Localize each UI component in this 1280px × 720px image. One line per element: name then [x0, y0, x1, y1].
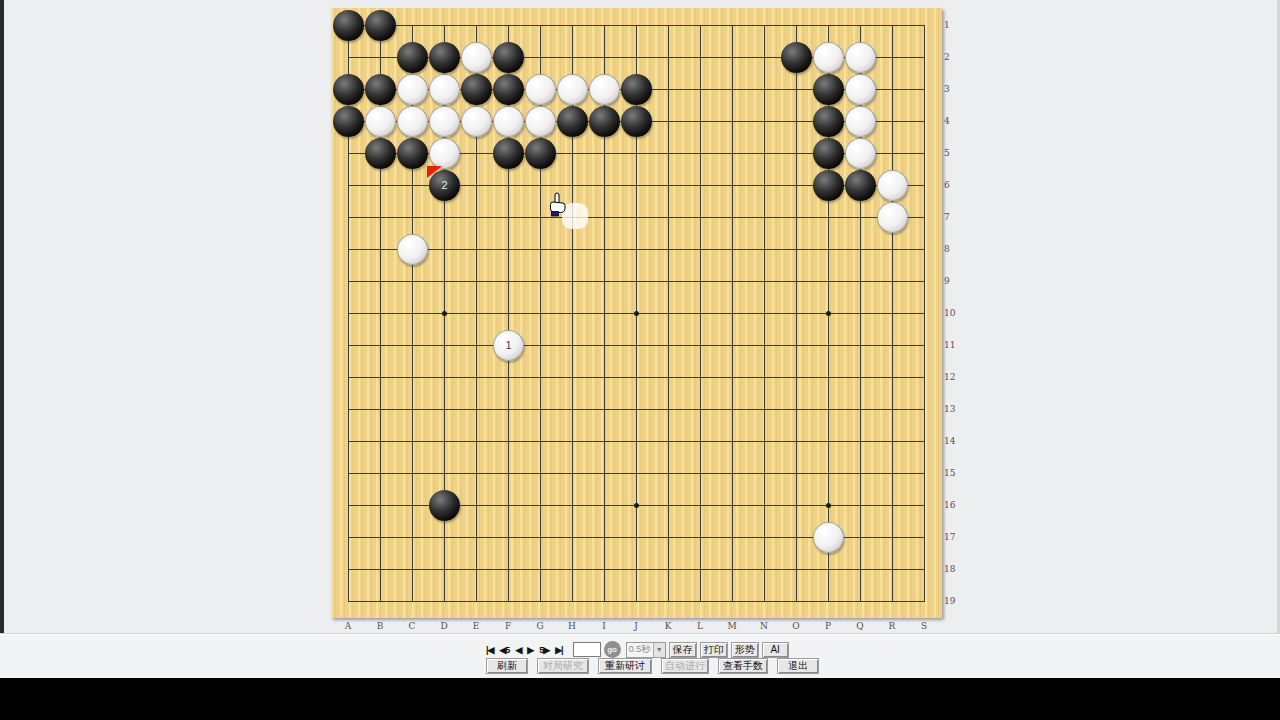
white-stone: [845, 106, 876, 137]
white-stone: [813, 42, 844, 73]
white-stone: [397, 234, 428, 265]
row-label: 14: [944, 436, 960, 446]
black-stone: [621, 106, 652, 137]
row-label: 17: [944, 532, 960, 542]
white-stone: [397, 106, 428, 137]
star-point: [442, 311, 447, 316]
row-label: 8: [944, 244, 960, 254]
black-stone: [333, 106, 364, 137]
black-stone: [493, 138, 524, 169]
auto-play-button[interactable]: 自动进行: [661, 658, 709, 674]
column-label: B: [370, 621, 390, 631]
black-stone: [781, 42, 812, 73]
black-stone: [429, 42, 460, 73]
black-stone: [525, 138, 556, 169]
go-to-end-button[interactable]: ▶|: [555, 645, 562, 655]
white-stone: [845, 138, 876, 169]
column-label: S: [914, 621, 934, 631]
black-stone: [493, 42, 524, 73]
column-label: I: [594, 621, 614, 631]
row-label: 4: [944, 116, 960, 126]
white-stone: [525, 106, 556, 137]
white-stone: [493, 106, 524, 137]
white-stone: [429, 106, 460, 137]
refresh-button[interactable]: 刷新: [486, 658, 528, 674]
column-label: D: [434, 621, 454, 631]
chevron-down-icon[interactable]: ▼: [653, 643, 665, 657]
black-stone: [397, 42, 428, 73]
row-label: 10: [944, 308, 960, 318]
game-research-button[interactable]: 对局研究: [537, 658, 589, 674]
star-point: [634, 503, 639, 508]
white-stone: [877, 170, 908, 201]
black-stone: [557, 106, 588, 137]
black-stone: [813, 138, 844, 169]
row-label: 12: [944, 372, 960, 382]
row-label: 9: [944, 276, 960, 286]
restudy-button[interactable]: 重新研讨: [598, 658, 652, 674]
white-stone: [813, 522, 844, 553]
position-judge-button[interactable]: 形势: [731, 642, 759, 658]
column-label: M: [722, 621, 742, 631]
print-button[interactable]: 打印: [700, 642, 728, 658]
black-stone: [365, 10, 396, 41]
white-stone: [589, 74, 620, 105]
toolbar-row-playback: |◀ ◀5 ◀ ▶ 5▶ ▶| go 0.5秒 ▼ 保存 打印 形势 AI: [486, 641, 789, 658]
black-stone: [333, 74, 364, 105]
column-label: F: [498, 621, 518, 631]
move-number-input[interactable]: [573, 642, 601, 657]
row-label: 6: [944, 180, 960, 190]
row-label: 5: [944, 148, 960, 158]
hand-cursor-icon: [548, 192, 571, 217]
star-point: [826, 311, 831, 316]
white-stone: [845, 42, 876, 73]
white-stone: [461, 42, 492, 73]
row-label: 13: [944, 404, 960, 414]
star-point: [826, 503, 831, 508]
black-stone: [493, 74, 524, 105]
white-stone: [461, 106, 492, 137]
white-stone: [365, 106, 396, 137]
toolbar: |◀ ◀5 ◀ ▶ 5▶ ▶| go 0.5秒 ▼ 保存 打印 形势 AI 刷新…: [0, 633, 1280, 678]
column-label: K: [658, 621, 678, 631]
white-stone: [429, 138, 460, 169]
black-stone: [461, 74, 492, 105]
white-stone: [429, 74, 460, 105]
star-point: [634, 311, 639, 316]
row-label: 7: [944, 212, 960, 222]
forward-5-button[interactable]: 5▶: [539, 645, 549, 655]
row-label: 15: [944, 468, 960, 478]
ai-button[interactable]: AI: [762, 642, 789, 658]
go-button[interactable]: go: [604, 641, 621, 658]
back-5-button[interactable]: ◀5: [499, 645, 509, 655]
column-label: E: [466, 621, 486, 631]
toolbar-row-actions: 刷新 对局研究 重新研讨 自动进行 查看手数 退出: [486, 658, 819, 674]
black-stone: [813, 170, 844, 201]
go-to-start-button[interactable]: |◀: [486, 645, 493, 655]
white-stone: [397, 74, 428, 105]
column-label: A: [338, 621, 358, 631]
black-stone: [813, 106, 844, 137]
speed-dropdown[interactable]: 0.5秒 ▼: [626, 642, 666, 658]
app-window: 12 ABCDEFGHIJKLMNOPQRS123456789101112131…: [0, 0, 1280, 720]
column-label: O: [786, 621, 806, 631]
bottom-black-bar: [0, 678, 1280, 720]
black-stone: [333, 10, 364, 41]
column-label: H: [562, 621, 582, 631]
window-left-edge: [0, 0, 4, 678]
white-stone: [525, 74, 556, 105]
back-1-button[interactable]: ◀: [515, 645, 521, 655]
speed-value: 0.5秒: [627, 643, 653, 656]
row-label: 19: [944, 596, 960, 606]
save-button[interactable]: 保存: [669, 642, 697, 658]
view-move-numbers-button[interactable]: 查看手数: [718, 658, 768, 674]
black-stone: [845, 170, 876, 201]
row-label: 1: [944, 20, 960, 30]
column-label: L: [690, 621, 710, 631]
forward-1-button[interactable]: ▶: [527, 645, 533, 655]
black-stone: [813, 74, 844, 105]
row-label: 3: [944, 84, 960, 94]
black-stone: [621, 74, 652, 105]
row-label: 18: [944, 564, 960, 574]
column-label: G: [530, 621, 550, 631]
black-stone: [589, 106, 620, 137]
black-stone: [429, 490, 460, 521]
exit-button[interactable]: 退出: [777, 658, 819, 674]
move-number-label: 1: [493, 330, 524, 361]
black-stone: [397, 138, 428, 169]
white-stone: [877, 202, 908, 233]
column-label: P: [818, 621, 838, 631]
black-stone: [365, 138, 396, 169]
row-label: 2: [944, 52, 960, 62]
white-stone: [845, 74, 876, 105]
row-label: 11: [944, 340, 960, 350]
column-label: N: [754, 621, 774, 631]
column-label: C: [402, 621, 422, 631]
column-label: J: [626, 621, 646, 631]
column-label: Q: [850, 621, 870, 631]
column-label: R: [882, 621, 902, 631]
last-move-marker-icon: [427, 166, 442, 178]
black-stone: [365, 74, 396, 105]
go-board[interactable]: 12: [331, 8, 942, 618]
white-stone: [557, 74, 588, 105]
row-label: 16: [944, 500, 960, 510]
